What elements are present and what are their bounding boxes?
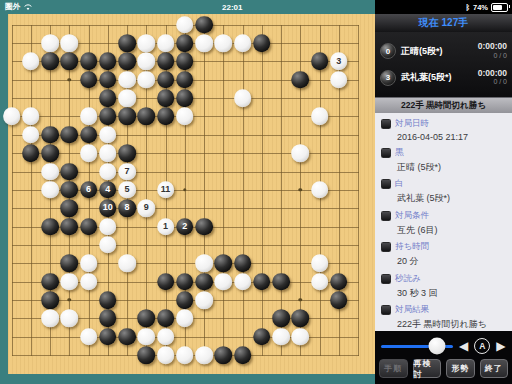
black-stone: [99, 291, 117, 309]
info-item: 秒読み30 秒 3 回: [381, 273, 506, 300]
grid-line-v: [243, 25, 244, 356]
white-stone: [118, 254, 136, 272]
white-stone: [60, 273, 78, 291]
white-stone: [99, 144, 117, 162]
game-info-list: 対局日時2016-04-05 21:17黒正晴 (5段*)白武礼葉 (5段*)対…: [375, 113, 512, 331]
info-label: 対局結果: [395, 304, 429, 316]
battery-percent: 74%: [473, 3, 488, 12]
black-stone: [330, 291, 348, 309]
white-stone: [99, 218, 117, 236]
white-stone: [311, 254, 329, 272]
star-point: [183, 188, 187, 192]
white-stone: 7: [118, 163, 136, 181]
black-stone: [118, 144, 136, 162]
list-bullet-icon: [381, 148, 391, 158]
info-value: 30 秒 3 回: [397, 287, 506, 300]
black-stone: [41, 53, 59, 71]
black-stone: [137, 310, 155, 328]
info-value: 2016-04-05 21:17: [397, 132, 506, 142]
black-stone: [195, 16, 213, 34]
white-stone: [311, 181, 329, 199]
black-stone: [99, 108, 117, 126]
white-stone: [22, 126, 40, 144]
move-number: 4: [105, 185, 110, 194]
white-stone: [195, 346, 213, 364]
black-stone: [234, 346, 252, 364]
white-stone: [118, 89, 136, 107]
black-stone: [99, 71, 117, 89]
player-name: 武礼葉(5段*): [401, 71, 473, 84]
info-value: 互先 (6目): [397, 224, 506, 237]
black-stone: [80, 126, 98, 144]
white-stone: [137, 53, 155, 71]
player-row: 3武礼葉(5段*)0:00:000 / 0: [375, 69, 512, 87]
info-label-row: 対局日時: [381, 118, 506, 130]
black-stone: [195, 273, 213, 291]
black-stone: [272, 310, 290, 328]
info-label: 対局条件: [395, 210, 429, 222]
black-stone: [60, 163, 78, 181]
black-stone: [253, 328, 271, 346]
black-stone: [157, 310, 175, 328]
white-stone: [80, 254, 98, 272]
white-stone: [291, 328, 309, 346]
star-point: [68, 78, 72, 82]
white-stone: [22, 108, 40, 126]
black-stone: [60, 254, 78, 272]
black-stone: [118, 108, 136, 126]
carrier-status: 圏外: [5, 0, 33, 14]
black-stone: [22, 144, 40, 162]
white-stone: [118, 71, 136, 89]
black-stone: [157, 89, 175, 107]
info-item: 対局結果222手 黒時間切れ勝ち: [381, 304, 506, 331]
black-stone: [214, 346, 232, 364]
white-stone: [99, 126, 117, 144]
info-label-row: 持ち時間: [381, 241, 506, 253]
info-value: 武礼葉 (5段*): [397, 192, 506, 205]
white-stone: [234, 34, 252, 52]
info-item: 持ち時間20 分: [381, 241, 506, 268]
info-item: 対局条件互先 (6目): [381, 210, 506, 237]
black-stone: [118, 328, 136, 346]
black-stone: [137, 108, 155, 126]
player-clock: 0:00:000 / 0: [478, 42, 507, 60]
black-stone: [60, 126, 78, 144]
black-stone: 6: [80, 181, 98, 199]
info-label: 秒読み: [395, 273, 421, 285]
white-stone: [60, 310, 78, 328]
move-number: 6: [86, 185, 91, 194]
black-stone: [176, 89, 194, 107]
black-stone: [41, 291, 59, 309]
black-stone: [41, 218, 59, 236]
white-stone: [99, 163, 117, 181]
byoyomi-periods: 0 / 0: [478, 52, 507, 60]
list-bullet-icon: [381, 119, 391, 129]
black-stone: [41, 126, 59, 144]
grid-line-v: [281, 25, 282, 356]
carrier-label: 圏外: [5, 2, 20, 12]
white-stone: [176, 310, 194, 328]
capture-count-stone: 0: [380, 43, 396, 59]
black-stone: [176, 71, 194, 89]
move-number: 10: [103, 204, 113, 213]
black-stone: 2: [176, 218, 194, 236]
info-label-row: 秒読み: [381, 273, 506, 285]
black-stone: [60, 53, 78, 71]
info-value: 222手 黒時間切れ勝ち: [397, 318, 506, 331]
black-stone: [253, 273, 271, 291]
next-move-button[interactable]: ▶: [496, 340, 505, 352]
move-number: 7: [124, 167, 129, 176]
white-stone: [80, 108, 98, 126]
white-stone: [272, 328, 290, 346]
capture-count-stone: 3: [380, 70, 396, 86]
white-stone: [195, 254, 213, 272]
black-stone: 8: [118, 199, 136, 217]
info-value: 正晴 (5段*): [397, 161, 506, 174]
list-bullet-icon: [381, 274, 391, 284]
black-stone: [41, 273, 59, 291]
action-buttons: 手順再検討形勢終了: [379, 359, 508, 378]
list-bullet-icon: [381, 242, 391, 252]
white-stone: [157, 328, 175, 346]
white-stone: 11: [157, 181, 175, 199]
go-board[interactable]: 3764511108912: [8, 14, 375, 374]
clock-time: 0:00:00: [478, 42, 507, 52]
player-row: 0正晴(5段*)0:00:000 / 0: [375, 42, 512, 60]
info-value: 20 分: [397, 255, 506, 268]
white-stone: [311, 108, 329, 126]
info-label: 持ち時間: [395, 241, 429, 253]
black-stone: [118, 34, 136, 52]
battery-icon: [491, 3, 508, 12]
info-label-row: 対局結果: [381, 304, 506, 316]
grid-line-h: [12, 245, 360, 246]
move-slider[interactable]: [381, 345, 453, 348]
white-stone: [137, 34, 155, 52]
info-label-row: 黒: [381, 147, 506, 159]
panel-button-再検討[interactable]: 再検討: [413, 359, 442, 378]
white-stone: [41, 163, 59, 181]
move-number: 2: [182, 222, 187, 231]
white-stone: [157, 346, 175, 364]
white-stone: [41, 181, 59, 199]
white-stone: [80, 328, 98, 346]
black-stone: [195, 218, 213, 236]
panel-button-形勢[interactable]: 形勢: [446, 359, 475, 378]
white-stone: [80, 144, 98, 162]
info-item: 白武礼葉 (5段*): [381, 178, 506, 205]
white-stone: [234, 89, 252, 107]
white-stone: [195, 291, 213, 309]
white-stone: [80, 273, 98, 291]
black-stone: [176, 273, 194, 291]
byoyomi-periods: 0 / 0: [478, 78, 507, 86]
battery-status: ᛒ 74%: [465, 0, 508, 14]
white-stone: [234, 273, 252, 291]
white-stone: [176, 108, 194, 126]
status-clock: 22:01: [222, 0, 242, 14]
playback-controls: ◀ A ▶ 手順再検討形勢終了: [375, 331, 512, 384]
app-screen: 圏外 22:01 ᛒ 74% 3764511108912 現在 127手 0正晴…: [0, 0, 512, 384]
white-stone: [195, 34, 213, 52]
star-point: [299, 188, 303, 192]
black-stone: [60, 218, 78, 236]
list-bullet-icon: [381, 211, 391, 221]
star-point: [68, 298, 72, 302]
autoplay-button[interactable]: A: [474, 338, 490, 354]
black-stone: [157, 273, 175, 291]
white-stone: [176, 346, 194, 364]
info-label: 黒: [395, 147, 404, 159]
wifi-icon: [23, 3, 33, 11]
black-stone: [291, 71, 309, 89]
move-number: 3: [336, 57, 341, 66]
info-label: 白: [395, 178, 404, 190]
panel-button-手順[interactable]: 手順: [379, 359, 408, 378]
player-clock: 0:00:000 / 0: [478, 69, 507, 87]
black-stone: [99, 89, 117, 107]
black-stone: [99, 53, 117, 71]
info-label-row: 対局条件: [381, 210, 506, 222]
move-number: 1: [163, 222, 168, 231]
result-bar: 222手 黒時間切れ勝ち: [375, 97, 512, 113]
grid-line-v: [358, 25, 359, 356]
white-stone: [41, 34, 59, 52]
white-stone: [41, 310, 59, 328]
status-bar-left-background: [0, 0, 375, 14]
white-stone: [157, 34, 175, 52]
black-stone: [214, 254, 232, 272]
move-number: 9: [144, 204, 149, 213]
black-stone: [330, 273, 348, 291]
white-stone: [3, 108, 21, 126]
black-stone: [311, 53, 329, 71]
black-stone: [157, 53, 175, 71]
white-stone: [99, 236, 117, 254]
list-bullet-icon: [381, 305, 391, 315]
black-stone: [99, 328, 117, 346]
black-stone: [234, 254, 252, 272]
white-stone: 5: [118, 181, 136, 199]
info-item: 黒正晴 (5段*): [381, 147, 506, 174]
black-stone: [137, 346, 155, 364]
black-stone: [80, 71, 98, 89]
white-stone: [214, 273, 232, 291]
white-stone: [330, 71, 348, 89]
white-stone: [60, 34, 78, 52]
black-stone: [176, 291, 194, 309]
black-stone: [80, 218, 98, 236]
black-stone: [80, 53, 98, 71]
black-stone: 10: [99, 199, 117, 217]
black-stone: [272, 273, 290, 291]
move-number: 5: [124, 185, 129, 194]
black-stone: [60, 181, 78, 199]
info-label: 対局日時: [395, 118, 429, 130]
white-stone: [291, 144, 309, 162]
info-item: 対局日時2016-04-05 21:17: [381, 118, 506, 142]
move-number: 11: [161, 185, 171, 194]
panel-button-終了[interactable]: 終了: [480, 359, 509, 378]
bluetooth-icon: ᛒ: [465, 3, 470, 12]
prev-move-button[interactable]: ◀: [459, 340, 468, 352]
white-stone: 3: [330, 53, 348, 71]
white-stone: [311, 273, 329, 291]
white-stone: [22, 53, 40, 71]
black-stone: [291, 310, 309, 328]
current-move-header: 現在 127手: [375, 14, 512, 32]
white-stone: [214, 34, 232, 52]
white-stone: [176, 16, 194, 34]
info-label-row: 白: [381, 178, 506, 190]
black-stone: [176, 53, 194, 71]
white-stone: 1: [157, 218, 175, 236]
slider-knob[interactable]: [429, 338, 446, 355]
black-stone: [157, 108, 175, 126]
black-stone: [253, 34, 271, 52]
black-stone: [118, 53, 136, 71]
black-stone: [157, 71, 175, 89]
white-stone: 9: [137, 199, 155, 217]
grid-line-v: [262, 25, 263, 356]
black-stone: [99, 310, 117, 328]
grid-line-v: [223, 25, 224, 356]
black-stone: [60, 199, 78, 217]
info-panel: 現在 127手 0正晴(5段*)0:00:000 / 03武礼葉(5段*)0:0…: [375, 14, 512, 384]
list-bullet-icon: [381, 179, 391, 189]
white-stone: [137, 328, 155, 346]
clock-time: 0:00:00: [478, 69, 507, 79]
black-stone: [41, 144, 59, 162]
move-number: 8: [124, 204, 129, 213]
star-point: [299, 298, 303, 302]
players-block: 0正晴(5段*)0:00:000 / 03武礼葉(5段*)0:00:000 / …: [375, 32, 512, 97]
black-stone: 4: [99, 181, 117, 199]
status-bar: 圏外 22:01 ᛒ 74%: [0, 0, 512, 14]
player-name: 正晴(5段*): [401, 45, 473, 58]
white-stone: [137, 71, 155, 89]
board-frame: 3764511108912: [0, 14, 375, 384]
black-stone: [176, 34, 194, 52]
